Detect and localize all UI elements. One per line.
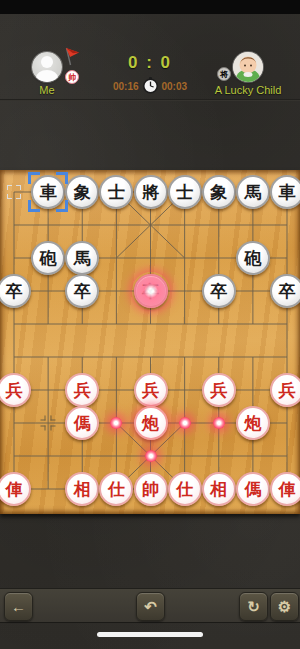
from-marker-corner	[7, 194, 12, 199]
board-grid: 車象士將士象馬車砲馬砲卒卒卒卒卒兵兵兵兵兵傌炮炮俥相仕帥仕相傌俥	[0, 176, 300, 506]
piece-red-兵-g6[interactable]: 兵	[202, 373, 236, 407]
intersection-i5[interactable]	[270, 341, 300, 374]
intersection-b2[interactable]: 砲	[31, 242, 65, 275]
intersection-f3[interactable]	[168, 275, 202, 308]
intersection-c8[interactable]	[65, 440, 99, 473]
piece-glyph: 象	[74, 184, 91, 201]
intersection-d9[interactable]: 仕	[99, 473, 133, 506]
my-player-name: Me	[12, 84, 82, 96]
point-marker-corner	[51, 426, 56, 431]
piece-black-士-d0[interactable]: 士	[99, 175, 133, 209]
piece-glyph: 車	[40, 184, 57, 201]
piece-black-卒-c3[interactable]: 卒	[65, 274, 99, 308]
intersection-g5[interactable]	[202, 341, 236, 374]
intersection-i1[interactable]	[270, 209, 300, 242]
intersection-b1[interactable]	[31, 209, 65, 242]
legal-move-dot-e8[interactable]	[145, 450, 157, 462]
intersection-e0[interactable]: 將	[134, 176, 168, 209]
intersection-c1[interactable]	[65, 209, 99, 242]
back-arrow-icon: ←	[11, 598, 26, 615]
intersection-f5[interactable]	[168, 341, 202, 374]
intersection-f6[interactable]	[168, 374, 202, 407]
piece-black-車-b0[interactable]: 車	[31, 175, 65, 209]
opponent-avatar[interactable]	[233, 52, 263, 82]
my-avatar[interactable]	[32, 52, 62, 82]
red-flag-icon	[64, 47, 80, 70]
piece-black-卒-e3[interactable]: 卒	[134, 274, 168, 308]
piece-glyph: 士	[176, 184, 193, 201]
intersection-c7[interactable]: 傌	[65, 407, 99, 440]
from-marker-corner	[16, 185, 21, 190]
piece-black-象-g0[interactable]: 象	[202, 175, 236, 209]
timers-row: 00:16 00:03	[85, 77, 215, 96]
intersection-d2[interactable]	[99, 242, 133, 275]
piece-glyph: 兵	[142, 382, 159, 399]
intersection-i6[interactable]: 兵	[270, 374, 300, 407]
intersection-e2[interactable]	[134, 242, 168, 275]
piece-glyph: 仕	[108, 481, 125, 498]
intersection-i8[interactable]	[270, 440, 300, 473]
piece-glyph: 俥	[6, 481, 23, 498]
piece-black-砲-h2[interactable]: 砲	[236, 241, 270, 275]
piece-glyph: 相	[74, 481, 91, 498]
piece-red-炮-e7[interactable]: 炮	[134, 406, 168, 440]
gear-icon: ⚙	[278, 598, 291, 616]
intersection-h9[interactable]: 傌	[236, 473, 270, 506]
piece-red-兵-a6[interactable]: 兵	[0, 373, 31, 407]
intersection-a0[interactable]	[0, 176, 31, 209]
intersection-g6[interactable]: 兵	[202, 374, 236, 407]
xiangqi-app-screen: 帅 Me 0 : 0 00:16 00:03 将 A Lucky Child	[0, 0, 300, 649]
bottom-toolbar: ← ↶ ↻ ⚙	[0, 588, 300, 623]
intersection-b6[interactable]	[31, 374, 65, 407]
intersection-f9[interactable]: 仕	[168, 473, 202, 506]
xiangqi-board[interactable]: 車象士將士象馬車砲馬砲卒卒卒卒卒兵兵兵兵兵傌炮炮俥相仕帥仕相傌俥	[0, 170, 300, 514]
intersection-d4[interactable]	[99, 308, 133, 341]
baby-photo	[233, 52, 263, 82]
intersection-g4[interactable]	[202, 308, 236, 341]
intersection-a2[interactable]	[0, 242, 31, 275]
piece-red-帥-e9[interactable]: 帥	[134, 472, 168, 506]
legal-move-dot-g7[interactable]	[213, 417, 225, 429]
intersection-i2[interactable]	[270, 242, 300, 275]
intersection-b3[interactable]	[31, 275, 65, 308]
intersection-e3[interactable]: 卒	[134, 275, 168, 308]
intersection-d1[interactable]	[99, 209, 133, 242]
intersection-h4[interactable]	[236, 308, 270, 341]
intersection-h3[interactable]	[236, 275, 270, 308]
piece-glyph: 卒	[279, 283, 296, 300]
back-button[interactable]: ←	[4, 592, 33, 621]
clock-icon	[142, 77, 159, 96]
intersection-a8[interactable]	[0, 440, 31, 473]
from-marker-corner	[16, 194, 21, 199]
intersection-e5[interactable]	[134, 341, 168, 374]
point-marker-corner	[41, 426, 46, 431]
intersection-d3[interactable]	[99, 275, 133, 308]
home-indicator[interactable]	[97, 632, 203, 637]
intersection-i9[interactable]: 俥	[270, 473, 300, 506]
piece-red-相-g9[interactable]: 相	[202, 472, 236, 506]
undo-arrow-icon: ↶	[144, 598, 157, 616]
intersection-h7[interactable]: 炮	[236, 407, 270, 440]
intersection-a7[interactable]	[0, 407, 31, 440]
intersection-e6[interactable]: 兵	[134, 374, 168, 407]
my-timer: 00:16	[113, 81, 139, 92]
piece-black-將-e0[interactable]: 將	[134, 175, 168, 209]
intersection-e4[interactable]	[134, 308, 168, 341]
piece-glyph: 卒	[6, 283, 23, 300]
intersection-i4[interactable]	[270, 308, 300, 341]
intersection-g0[interactable]: 象	[202, 176, 236, 209]
header-divider	[0, 99, 300, 101]
intersection-h1[interactable]	[236, 209, 270, 242]
intersection-b5[interactable]	[31, 341, 65, 374]
piece-glyph: 砲	[244, 250, 261, 267]
piece-glyph: 俥	[279, 481, 296, 498]
piece-black-卒-a3[interactable]: 卒	[0, 274, 31, 308]
piece-red-俥-a9[interactable]: 俥	[0, 472, 31, 506]
piece-red-仕-f9[interactable]: 仕	[168, 472, 202, 506]
point-marker-corner	[51, 416, 56, 421]
intersection-a1[interactable]	[0, 209, 31, 242]
intersection-g3[interactable]: 卒	[202, 275, 236, 308]
piece-glyph: 砲	[40, 250, 57, 267]
piece-glyph: 仕	[176, 481, 193, 498]
intersection-b7[interactable]	[31, 407, 65, 440]
piece-glyph: 帥	[142, 481, 159, 498]
piece-red-兵-i6[interactable]: 兵	[270, 373, 300, 407]
intersection-i3[interactable]: 卒	[270, 275, 300, 308]
piece-red-俥-i9[interactable]: 俥	[270, 472, 300, 506]
piece-glyph: 兵	[210, 382, 227, 399]
intersection-d5[interactable]	[99, 341, 133, 374]
piece-black-士-f0[interactable]: 士	[168, 175, 202, 209]
intersection-d8[interactable]	[99, 440, 133, 473]
person-silhouette-head-icon	[41, 56, 53, 68]
intersection-d6[interactable]	[99, 374, 133, 407]
piece-black-砲-b2[interactable]: 砲	[31, 241, 65, 275]
intersection-h5[interactable]	[236, 341, 270, 374]
intersection-f1[interactable]	[168, 209, 202, 242]
intersection-a3[interactable]: 卒	[0, 275, 31, 308]
piece-red-炮-h7[interactable]: 炮	[236, 406, 270, 440]
piece-black-象-c0[interactable]: 象	[65, 175, 99, 209]
opponent-side-badge: 将	[217, 67, 231, 81]
intersection-b4[interactable]	[31, 308, 65, 341]
piece-black-卒-i3[interactable]: 卒	[270, 274, 300, 308]
opponent-timer: 00:03	[162, 81, 188, 92]
undo-move-button[interactable]: ↶	[136, 592, 165, 621]
intersection-f4[interactable]	[168, 308, 202, 341]
intersection-e8[interactable]	[134, 440, 168, 473]
intersection-h2[interactable]: 砲	[236, 242, 270, 275]
rotate-board-button[interactable]: ↻	[239, 592, 268, 621]
rotate-icon: ↻	[247, 598, 260, 616]
intersection-c9[interactable]: 相	[65, 473, 99, 506]
intersection-a9[interactable]: 俥	[0, 473, 31, 506]
intersection-f2[interactable]	[168, 242, 202, 275]
intersection-c6[interactable]: 兵	[65, 374, 99, 407]
my-side-badge: 帅	[65, 70, 79, 84]
piece-glyph: 兵	[6, 382, 23, 399]
intersection-h0[interactable]: 馬	[236, 176, 270, 209]
piece-black-卒-g3[interactable]: 卒	[202, 274, 236, 308]
settings-button[interactable]: ⚙	[270, 592, 299, 621]
status-bar	[0, 0, 300, 14]
piece-glyph: 炮	[142, 415, 159, 432]
piece-red-兵-c6[interactable]: 兵	[65, 373, 99, 407]
intersection-c5[interactable]	[65, 341, 99, 374]
intersection-g8[interactable]	[202, 440, 236, 473]
legal-move-dot-f7[interactable]	[179, 417, 191, 429]
piece-black-車-i0[interactable]: 車	[270, 175, 300, 209]
piece-glyph: 將	[142, 184, 159, 201]
capture-target-glow	[132, 272, 170, 310]
intersection-f7[interactable]	[168, 407, 202, 440]
intersection-c0[interactable]: 象	[65, 176, 99, 209]
intersection-i0[interactable]: 車	[270, 176, 300, 209]
person-silhouette-body-icon	[36, 70, 58, 82]
intersection-g9[interactable]: 相	[202, 473, 236, 506]
intersection-h8[interactable]	[236, 440, 270, 473]
board-point-marker-b7	[41, 416, 56, 431]
intersection-e9[interactable]: 帥	[134, 473, 168, 506]
intersection-c3[interactable]: 卒	[65, 275, 99, 308]
intersection-h6[interactable]	[236, 374, 270, 407]
piece-glyph: 車	[279, 184, 296, 201]
piece-glyph: 傌	[244, 481, 261, 498]
intersection-c2[interactable]: 馬	[65, 242, 99, 275]
intersection-a5[interactable]	[0, 341, 31, 374]
piece-glyph: 兵	[74, 382, 91, 399]
piece-glyph: 馬	[74, 250, 91, 267]
piece-glyph: 相	[210, 481, 227, 498]
intersection-g2[interactable]	[202, 242, 236, 275]
legal-move-dot-d7[interactable]	[110, 417, 122, 429]
piece-red-仕-d9[interactable]: 仕	[99, 472, 133, 506]
intersection-c4[interactable]	[65, 308, 99, 341]
point-marker-corner	[41, 416, 46, 421]
intersection-f0[interactable]: 士	[168, 176, 202, 209]
piece-glyph: 卒	[74, 283, 91, 300]
piece-glyph: 兵	[279, 382, 296, 399]
intersection-b8[interactable]	[31, 440, 65, 473]
intersection-g1[interactable]	[202, 209, 236, 242]
piece-glyph: 馬	[244, 184, 261, 201]
intersection-f8[interactable]	[168, 440, 202, 473]
intersection-a6[interactable]: 兵	[0, 374, 31, 407]
piece-red-傌-h9[interactable]: 傌	[236, 472, 270, 506]
piece-red-兵-e6[interactable]: 兵	[134, 373, 168, 407]
opponent-player-name: A Lucky Child	[200, 84, 296, 96]
score-display: 0 : 0	[100, 53, 200, 73]
piece-black-馬-c2[interactable]: 馬	[65, 241, 99, 275]
piece-glyph: 士	[108, 184, 125, 201]
intersection-i7[interactable]	[270, 407, 300, 440]
piece-glyph: 傌	[74, 415, 91, 432]
intersection-b9[interactable]	[31, 473, 65, 506]
intersection-d7[interactable]	[99, 407, 133, 440]
intersection-d0[interactable]: 士	[99, 176, 133, 209]
piece-glyph: 象	[210, 184, 227, 201]
from-marker-corner	[7, 185, 12, 190]
intersection-a4[interactable]	[0, 308, 31, 341]
intersection-b0[interactable]: 車	[31, 176, 65, 209]
last-move-from-marker-a0	[7, 185, 21, 199]
piece-glyph: 卒	[210, 283, 227, 300]
intersection-g7[interactable]	[202, 407, 236, 440]
piece-red-相-c9[interactable]: 相	[65, 472, 99, 506]
intersection-e7[interactable]: 炮	[134, 407, 168, 440]
piece-red-傌-c7[interactable]: 傌	[65, 406, 99, 440]
intersection-e1[interactable]	[134, 209, 168, 242]
piece-glyph: 炮	[244, 415, 261, 432]
piece-black-馬-h0[interactable]: 馬	[236, 175, 270, 209]
